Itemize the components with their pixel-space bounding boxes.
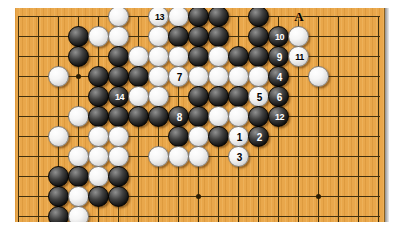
board-intersection[interactable] [69, 67, 89, 87]
board-intersection[interactable] [209, 8, 229, 27]
board-intersection[interactable] [189, 107, 209, 127]
board-intersection[interactable] [49, 127, 69, 147]
grid-line-vertical [238, 16, 239, 27]
board-intersection[interactable] [369, 167, 385, 187]
board-intersection[interactable] [89, 187, 109, 207]
board-intersection[interactable] [15, 47, 29, 67]
grid-line-vertical [318, 16, 319, 27]
grid-line-horizontal [149, 136, 169, 137]
board-intersection[interactable] [29, 27, 49, 47]
board-intersection[interactable] [149, 187, 169, 207]
board-intersection[interactable] [49, 187, 69, 207]
board-intersection[interactable] [69, 207, 89, 222]
board-intersection[interactable] [169, 147, 189, 167]
board-intersection[interactable] [109, 27, 129, 47]
board-intersection[interactable] [289, 107, 309, 127]
board-intersection[interactable] [69, 107, 89, 127]
board-intersection[interactable] [249, 67, 269, 87]
board-intersection[interactable] [89, 87, 109, 107]
grid-line-horizontal [289, 116, 309, 117]
board-intersection[interactable]: A [289, 8, 309, 27]
grid-line-vertical [358, 47, 359, 67]
board-intersection[interactable] [209, 107, 229, 127]
grid-line-horizontal [209, 176, 229, 177]
grid-line-horizontal [349, 76, 369, 77]
board-intersection[interactable] [329, 8, 349, 27]
board-intersection[interactable] [189, 67, 209, 87]
board-intersection[interactable] [309, 8, 329, 27]
board-intersection[interactable]: 4 [269, 67, 289, 87]
grid-line-vertical [338, 16, 339, 27]
board-intersection[interactable] [309, 87, 329, 107]
board-intersection[interactable] [49, 107, 69, 127]
board-intersection[interactable] [309, 127, 329, 147]
grid-line-horizontal [29, 16, 49, 17]
grid-line-vertical [178, 207, 179, 222]
board-intersection[interactable] [289, 147, 309, 167]
grid-line-vertical [58, 16, 59, 27]
black-stone [248, 8, 269, 27]
board-intersection[interactable] [369, 147, 385, 167]
grid-line-vertical [58, 47, 59, 67]
board-intersection[interactable] [49, 207, 69, 222]
board-intersection[interactable] [89, 8, 109, 27]
board-intersection[interactable] [289, 27, 309, 47]
board-intersection[interactable] [15, 167, 29, 187]
white-stone: 11 [288, 46, 309, 67]
board-intersection[interactable] [369, 87, 385, 107]
board-intersection[interactable] [369, 187, 385, 207]
board-intersection[interactable] [349, 107, 369, 127]
board-intersection[interactable] [149, 47, 169, 67]
board-intersection[interactable] [15, 67, 29, 87]
black-stone [168, 126, 189, 147]
grid-line-horizontal [29, 36, 49, 37]
point-label-A: A [289, 8, 309, 27]
grid-line-horizontal [18, 36, 29, 37]
board-intersection[interactable]: 5 [249, 87, 269, 107]
black-stone [88, 106, 109, 127]
board-intersection[interactable] [309, 207, 329, 222]
board-intersection[interactable] [309, 147, 329, 167]
board-intersection[interactable] [149, 67, 169, 87]
board-intersection[interactable] [369, 207, 385, 222]
board-intersection[interactable] [369, 127, 385, 147]
board-intersection[interactable] [329, 167, 349, 187]
board-intersection[interactable] [69, 187, 89, 207]
board-intersection[interactable] [369, 8, 385, 27]
board-intersection[interactable] [349, 87, 369, 107]
board-intersection[interactable]: 6 [269, 87, 289, 107]
board-intersection[interactable] [229, 207, 249, 222]
board-intersection[interactable] [129, 8, 149, 27]
board-intersection[interactable] [329, 127, 349, 147]
grid-line-vertical [338, 187, 339, 207]
board-intersection[interactable]: 11 [289, 47, 309, 67]
board-intersection[interactable] [15, 187, 29, 207]
board-intersection[interactable] [15, 8, 29, 27]
board-intersection[interactable] [289, 87, 309, 107]
board-intersection[interactable] [69, 8, 89, 27]
grid-line-vertical [18, 187, 19, 207]
board-intersection[interactable] [309, 67, 329, 87]
board-intersection[interactable]: 9 [269, 47, 289, 67]
white-stone [108, 8, 129, 27]
board-intersection[interactable] [129, 27, 149, 47]
black-stone [108, 166, 129, 187]
board-intersection[interactable] [149, 107, 169, 127]
board-intersection[interactable] [109, 187, 129, 207]
board-intersection[interactable] [189, 87, 209, 107]
board-intersection[interactable] [309, 107, 329, 127]
board-intersection[interactable] [289, 187, 309, 207]
black-stone [108, 186, 129, 207]
board-intersection[interactable] [49, 27, 69, 47]
grid-line-vertical [298, 147, 299, 167]
board-intersection[interactable] [69, 127, 89, 147]
board-intersection[interactable] [249, 27, 269, 47]
board-intersection[interactable] [69, 47, 89, 67]
board-intersection[interactable] [49, 167, 69, 187]
board-intersection[interactable]: 2 [249, 127, 269, 147]
white-stone [248, 66, 269, 87]
white-stone [208, 66, 229, 87]
grid-line-horizontal [329, 156, 349, 157]
black-stone [228, 86, 249, 107]
board-intersection[interactable]: 3 [229, 147, 249, 167]
board-intersection[interactable] [209, 167, 229, 187]
board-intersection[interactable] [189, 207, 209, 222]
board-intersection[interactable] [329, 147, 349, 167]
board-intersection[interactable] [229, 27, 249, 47]
white-stone: 13 [148, 8, 169, 27]
white-stone [148, 66, 169, 87]
board-intersection[interactable] [149, 27, 169, 47]
grid-line-vertical [178, 167, 179, 187]
board-intersection[interactable] [149, 127, 169, 147]
grid-line-horizontal [369, 196, 380, 197]
board-intersection[interactable] [169, 47, 189, 67]
board-intersection[interactable] [29, 147, 49, 167]
board-intersection[interactable] [249, 8, 269, 27]
board-intersection[interactable] [169, 187, 189, 207]
board-intersection[interactable] [289, 67, 309, 87]
board-intersection[interactable] [189, 47, 209, 67]
grid-line-vertical [38, 147, 39, 167]
board-intersection[interactable] [229, 167, 249, 187]
grid-line-horizontal [189, 216, 209, 217]
board-intersection[interactable] [289, 167, 309, 187]
board-intersection[interactable] [129, 67, 149, 87]
board-intersection[interactable] [129, 207, 149, 222]
board-intersection[interactable] [229, 87, 249, 107]
black-stone [48, 166, 69, 187]
grid-line-vertical [78, 127, 79, 147]
board-intersection[interactable] [15, 87, 29, 107]
board-intersection[interactable] [109, 8, 129, 27]
board-intersection[interactable] [169, 8, 189, 27]
board-intersection[interactable] [109, 47, 129, 67]
board-intersection[interactable] [349, 47, 369, 67]
board-intersection[interactable]: 14 [109, 87, 129, 107]
grid-line-vertical [58, 87, 59, 107]
grid-line-vertical [338, 167, 339, 187]
board-intersection[interactable] [309, 167, 329, 187]
board-intersection[interactable] [269, 167, 289, 187]
board-intersection[interactable] [229, 67, 249, 87]
grid-line-horizontal [249, 196, 269, 197]
grid-line-horizontal [229, 196, 249, 197]
board-intersection[interactable] [89, 107, 109, 127]
board-intersection[interactable] [209, 207, 229, 222]
board-intersection[interactable] [109, 207, 129, 222]
board-intersection[interactable] [209, 27, 229, 47]
grid-line-vertical [38, 107, 39, 127]
board-intersection[interactable] [29, 187, 49, 207]
grid-line-horizontal [89, 216, 109, 217]
board-intersection[interactable] [129, 127, 149, 147]
grid-line-horizontal [269, 196, 289, 197]
board-intersection[interactable] [15, 107, 29, 127]
white-stone [148, 86, 169, 107]
move-number-label: 1 [229, 127, 250, 148]
board-intersection[interactable] [129, 147, 149, 167]
board-intersection[interactable] [329, 107, 349, 127]
board-intersection[interactable] [289, 207, 309, 222]
black-stone [88, 86, 109, 107]
grid-line-horizontal [369, 76, 380, 77]
board-intersection[interactable] [209, 147, 229, 167]
board-intersection[interactable]: 13 [149, 8, 169, 27]
black-stone: 14 [108, 86, 129, 107]
board-intersection[interactable] [89, 47, 109, 67]
grid-line-vertical [18, 147, 19, 167]
board-intersection[interactable] [369, 67, 385, 87]
grid-line-horizontal [49, 36, 69, 37]
board-intersection[interactable]: 10 [269, 27, 289, 47]
board-intersection[interactable] [189, 167, 209, 187]
grid-line-horizontal [369, 16, 380, 17]
board-intersection[interactable] [29, 47, 49, 67]
board-intersection[interactable] [369, 27, 385, 47]
board-intersection[interactable] [329, 27, 349, 47]
board-intersection[interactable] [349, 8, 369, 27]
board-intersection[interactable] [369, 107, 385, 127]
black-stone [248, 46, 269, 67]
board-intersection[interactable] [329, 47, 349, 67]
board-intersection[interactable] [269, 147, 289, 167]
board-intersection[interactable] [15, 127, 29, 147]
grid-line-vertical [218, 167, 219, 187]
board-intersection[interactable] [149, 167, 169, 187]
board-intersection[interactable] [129, 47, 149, 67]
board-intersection[interactable] [109, 147, 129, 167]
grid-line-horizontal [369, 176, 380, 177]
board-intersection[interactable] [369, 47, 385, 67]
black-stone: 8 [168, 106, 189, 127]
board-intersection[interactable] [49, 67, 69, 87]
board-intersection[interactable] [329, 87, 349, 107]
grid-line-horizontal [309, 96, 329, 97]
board-intersection[interactable] [129, 87, 149, 107]
board-intersection[interactable] [229, 47, 249, 67]
board-intersection[interactable] [29, 107, 49, 127]
board-intersection[interactable] [309, 27, 329, 47]
board-intersection[interactable] [209, 187, 229, 207]
grid-line-horizontal [49, 56, 69, 57]
board-intersection[interactable] [349, 207, 369, 222]
grid-line-vertical [338, 87, 339, 107]
white-stone [128, 46, 149, 67]
board-intersection[interactable] [349, 27, 369, 47]
board-intersection[interactable] [49, 8, 69, 27]
grid-line-vertical [298, 87, 299, 107]
grid-line-vertical [58, 147, 59, 167]
board-intersection[interactable] [169, 167, 189, 187]
move-number-label: 7 [169, 67, 190, 88]
board-intersection[interactable] [349, 67, 369, 87]
board-intersection[interactable] [269, 207, 289, 222]
board-intersection[interactable] [49, 147, 69, 167]
board-intersection[interactable] [69, 87, 89, 107]
board-intersection[interactable] [169, 27, 189, 47]
white-stone [208, 46, 229, 67]
board-intersection[interactable] [109, 107, 129, 127]
board-intersection[interactable] [129, 187, 149, 207]
board-intersection[interactable] [329, 187, 349, 207]
board-intersection[interactable] [249, 187, 269, 207]
grid-line-vertical [338, 67, 339, 87]
board-intersection[interactable] [189, 127, 209, 147]
board-intersection[interactable] [69, 147, 89, 167]
board-intersection[interactable] [89, 147, 109, 167]
board-intersection[interactable] [109, 167, 129, 187]
grid-line-horizontal [329, 16, 349, 17]
board-intersection[interactable] [129, 107, 149, 127]
black-stone [208, 26, 229, 47]
board-intersection[interactable] [349, 127, 369, 147]
grid-line-horizontal [329, 56, 349, 57]
board-intersection[interactable] [249, 147, 269, 167]
board-intersection[interactable] [169, 87, 189, 107]
grid-line-vertical [318, 27, 319, 47]
board-intersection[interactable] [15, 147, 29, 167]
grid-line-vertical [298, 207, 299, 222]
board-intersection[interactable] [269, 187, 289, 207]
board-intersection[interactable] [15, 27, 29, 47]
grid-line-vertical [378, 207, 379, 222]
board-intersection[interactable] [29, 8, 49, 27]
board-intersection[interactable] [209, 47, 229, 67]
board-intersection[interactable] [69, 27, 89, 47]
board-intersection[interactable] [209, 67, 229, 87]
board-intersection[interactable] [249, 107, 269, 127]
board-intersection[interactable] [89, 207, 109, 222]
board-intersection[interactable] [309, 47, 329, 67]
board-intersection[interactable] [189, 147, 209, 167]
grid-line-horizontal [329, 36, 349, 37]
grid-line-vertical [38, 67, 39, 87]
board-intersection[interactable] [269, 8, 289, 27]
board-intersection[interactable] [29, 87, 49, 107]
board-intersection[interactable] [29, 67, 49, 87]
grid-line-vertical [278, 147, 279, 167]
board-intersection[interactable] [189, 27, 209, 47]
board-intersection[interactable] [229, 8, 249, 27]
black-stone [208, 8, 229, 27]
grid-line-vertical [298, 127, 299, 147]
board-intersection[interactable] [189, 8, 209, 27]
board-intersection[interactable] [249, 47, 269, 67]
board-intersection[interactable] [29, 167, 49, 187]
board-intersection[interactable] [229, 107, 249, 127]
board-intersection[interactable] [289, 127, 309, 147]
black-stone [108, 46, 129, 67]
board-intersection[interactable] [329, 67, 349, 87]
board-intersection[interactable] [269, 127, 289, 147]
move-number-label: 4 [269, 67, 290, 88]
board-intersection[interactable] [89, 67, 109, 87]
board-intersection[interactable]: 1 [229, 127, 249, 147]
black-stone [248, 26, 269, 47]
board-intersection[interactable] [49, 47, 69, 67]
board-intersection[interactable] [209, 127, 229, 147]
board-intersection[interactable] [149, 87, 169, 107]
grid-line-vertical [138, 167, 139, 187]
board-intersection[interactable] [89, 167, 109, 187]
grid-line-horizontal [89, 56, 109, 57]
board-intersection[interactable] [249, 207, 269, 222]
board-intersection[interactable] [209, 87, 229, 107]
board-intersection[interactable] [29, 127, 49, 147]
board-intersection[interactable] [89, 27, 109, 47]
board-intersection[interactable] [149, 207, 169, 222]
board-intersection[interactable] [49, 87, 69, 107]
grid-line-horizontal [269, 16, 289, 17]
board-intersection[interactable] [29, 207, 49, 222]
grid-line-vertical [158, 167, 159, 187]
board-intersection[interactable]: 8 [169, 107, 189, 127]
board-intersection[interactable] [329, 207, 349, 222]
grid-line-horizontal [29, 76, 49, 77]
grid-line-horizontal [289, 156, 309, 157]
board-intersection[interactable] [189, 187, 209, 207]
board-intersection[interactable]: 7 [169, 67, 189, 87]
board-intersection[interactable] [109, 127, 129, 147]
grid-line-vertical [338, 127, 339, 147]
board-intersection[interactable] [349, 187, 369, 207]
board-intersection[interactable]: 12 [269, 107, 289, 127]
board-intersection[interactable] [349, 167, 369, 187]
board-intersection[interactable] [229, 187, 249, 207]
board-intersection[interactable] [89, 127, 109, 147]
board-intersection[interactable] [109, 67, 129, 87]
board-intersection[interactable] [169, 207, 189, 222]
board-intersection[interactable] [349, 147, 369, 167]
board-intersection[interactable] [149, 147, 169, 167]
board-intersection[interactable] [15, 207, 29, 222]
black-stone [188, 106, 209, 127]
board-intersection[interactable] [249, 167, 269, 187]
white-stone [108, 126, 129, 147]
board-intersection[interactable] [129, 167, 149, 187]
board-intersection[interactable] [169, 127, 189, 147]
grid-line-horizontal [349, 36, 369, 37]
white-stone [308, 66, 329, 87]
board-intersection[interactable] [309, 187, 329, 207]
screenshot-canvas: 13A10911741456812123 [0, 0, 400, 226]
board-intersection[interactable] [69, 167, 89, 187]
